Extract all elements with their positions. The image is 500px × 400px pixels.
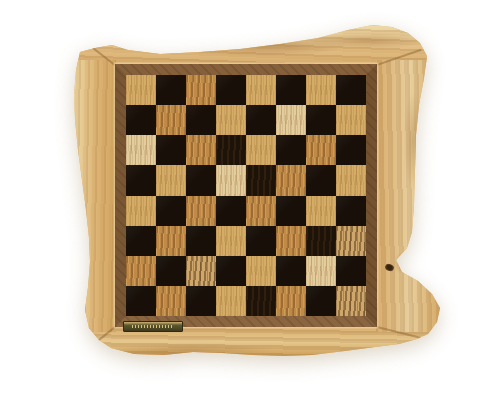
square-a5 [126,165,156,195]
square-f1 [276,286,306,316]
square-b5 [156,165,186,195]
square-d2 [216,256,246,286]
square-b6 [156,135,186,165]
square-e7 [246,105,276,135]
square-d5 [216,165,246,195]
square-f4 [276,196,306,226]
square-g7 [306,105,336,135]
square-h4 [336,196,366,226]
square-b4 [156,196,186,226]
square-g1 [306,286,336,316]
square-g6 [306,135,336,165]
square-e8 [246,75,276,105]
square-h7 [336,105,366,135]
square-f2 [276,256,306,286]
square-f7 [276,105,306,135]
square-g2 [306,256,336,286]
product-photo [0,0,500,400]
square-d8 [216,75,246,105]
square-f8 [276,75,306,105]
square-a7 [126,105,156,135]
square-d3 [216,226,246,256]
square-c7 [186,105,216,135]
square-d1 [216,286,246,316]
square-c4 [186,196,216,226]
square-h5 [336,165,366,195]
chess-board-photo [0,0,500,400]
chess-board [126,75,366,316]
square-a4 [126,196,156,226]
square-c6 [186,135,216,165]
frame-left-rail [70,60,116,332]
plaque-engraving [132,325,174,328]
square-b3 [156,226,186,256]
square-e5 [246,165,276,195]
square-e6 [246,135,276,165]
square-d6 [216,135,246,165]
square-g3 [306,226,336,256]
square-g8 [306,75,336,105]
square-h2 [336,256,366,286]
square-d7 [216,105,246,135]
square-a8 [126,75,156,105]
square-e1 [246,286,276,316]
square-g4 [306,196,336,226]
square-h1 [336,286,366,316]
square-a3 [126,226,156,256]
square-b1 [156,286,186,316]
square-c3 [186,226,216,256]
square-f6 [276,135,306,165]
square-c2 [186,256,216,286]
square-h6 [336,135,366,165]
square-c8 [186,75,216,105]
square-e4 [246,196,276,226]
square-e3 [246,226,276,256]
square-a2 [126,256,156,286]
square-h8 [336,75,366,105]
square-f5 [276,165,306,195]
square-f3 [276,226,306,256]
square-a6 [126,135,156,165]
square-b2 [156,256,186,286]
square-d4 [216,196,246,226]
square-h3 [336,226,366,256]
square-c5 [186,165,216,195]
square-a1 [126,286,156,316]
brand-plaque [123,321,183,332]
square-b8 [156,75,186,105]
square-c1 [186,286,216,316]
frame-right-rail [376,60,444,332]
square-g5 [306,165,336,195]
square-e2 [246,256,276,286]
live-edge-notch [394,252,408,274]
square-b7 [156,105,186,135]
